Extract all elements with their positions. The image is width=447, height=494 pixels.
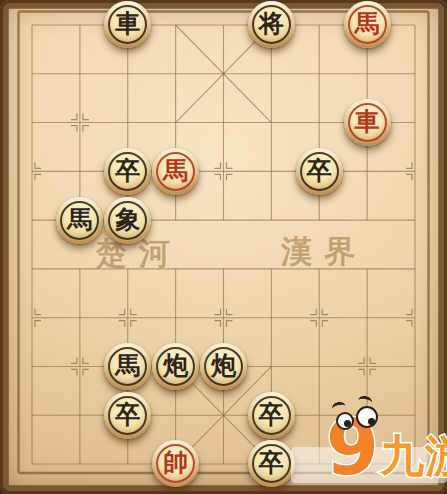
jiuyou-watermark: 9 九游 bbox=[320, 404, 447, 494]
piece-glyph: 将 bbox=[259, 11, 284, 36]
piece-glyph: 馬 bbox=[67, 207, 92, 232]
piece-glyph: 卒 bbox=[259, 402, 284, 427]
piece-black-chariot[interactable]: 車 bbox=[104, 1, 151, 48]
piece-black-horse[interactable]: 馬 bbox=[104, 343, 151, 390]
jiuyou-logo-text: 九游 bbox=[380, 432, 447, 480]
piece-glyph: 車 bbox=[355, 109, 380, 134]
piece-glyph: 象 bbox=[115, 207, 140, 232]
piece-glyph: 炮 bbox=[211, 353, 236, 378]
piece-glyph: 卒 bbox=[115, 402, 140, 427]
piece-red-horse[interactable]: 馬 bbox=[344, 1, 391, 48]
piece-black-cannon[interactable]: 炮 bbox=[152, 343, 199, 390]
piece-glyph: 帥 bbox=[163, 450, 188, 475]
piece-black-cannon[interactable]: 炮 bbox=[200, 343, 247, 390]
mascot-eye-icon bbox=[336, 412, 354, 430]
piece-black-soldier[interactable]: 卒 bbox=[296, 148, 343, 195]
piece-glyph: 馬 bbox=[163, 158, 188, 183]
piece-glyph: 車 bbox=[115, 11, 140, 36]
piece-black-soldier[interactable]: 卒 bbox=[104, 392, 151, 439]
piece-black-soldier[interactable]: 卒 bbox=[104, 148, 151, 195]
piece-glyph: 馬 bbox=[115, 353, 140, 378]
piece-black-soldier[interactable]: 卒 bbox=[248, 392, 295, 439]
piece-black-horse[interactable]: 馬 bbox=[56, 197, 103, 244]
mascot-eye-icon bbox=[356, 406, 378, 428]
piece-glyph: 卒 bbox=[115, 158, 140, 183]
piece-glyph: 卒 bbox=[259, 450, 284, 475]
piece-glyph: 卒 bbox=[307, 158, 332, 183]
piece-glyph: 馬 bbox=[355, 11, 380, 36]
xiangqi-board: 楚河 漢界 車将馬車卒馬卒馬象馬炮炮卒卒帥卒 9 九游 bbox=[0, 0, 447, 494]
piece-red-horse[interactable]: 馬 bbox=[152, 148, 199, 195]
piece-red-general[interactable]: 帥 bbox=[152, 440, 199, 487]
piece-glyph: 炮 bbox=[163, 353, 188, 378]
piece-black-general[interactable]: 将 bbox=[248, 1, 295, 48]
piece-black-elephant[interactable]: 象 bbox=[104, 197, 151, 244]
piece-red-chariot[interactable]: 車 bbox=[344, 99, 391, 146]
piece-black-soldier[interactable]: 卒 bbox=[248, 440, 295, 487]
